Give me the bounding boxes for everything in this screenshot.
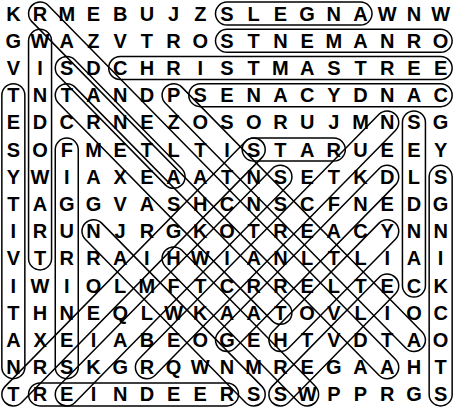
grid-cell[interactable]: R: [53, 245, 80, 272]
grid-cell[interactable]: R: [27, 0, 54, 27]
grid-cell[interactable]: L: [320, 272, 347, 299]
grid-cell[interactable]: S: [427, 163, 454, 190]
grid-cell[interactable]: U: [134, 0, 161, 27]
grid-cell[interactable]: O: [214, 218, 241, 245]
grid-cell[interactable]: O: [187, 326, 214, 353]
grid-cell[interactable]: N: [320, 0, 347, 27]
grid-cell[interactable]: C: [401, 272, 428, 299]
grid-cell[interactable]: O: [427, 326, 454, 353]
grid-cell[interactable]: E: [294, 354, 321, 381]
grid-cell[interactable]: Q: [107, 299, 134, 326]
grid-cell[interactable]: G: [53, 190, 80, 217]
grid-cell[interactable]: A: [160, 163, 187, 190]
grid-cell[interactable]: T: [427, 354, 454, 381]
word-search-grid: KRMEBUJZSLEGNAWNWGWAZVTROSTNEMANROVISDCH…: [0, 0, 454, 408]
grid-cell[interactable]: A: [374, 354, 401, 381]
grid-cell[interactable]: E: [374, 272, 401, 299]
grid-cell[interactable]: D: [374, 163, 401, 190]
grid-cell[interactable]: L: [107, 272, 134, 299]
grid-cell[interactable]: O: [401, 299, 428, 326]
grid-cell[interactable]: E: [267, 0, 294, 27]
grid-cell[interactable]: W: [160, 299, 187, 326]
grid-cell[interactable]: D: [347, 82, 374, 109]
grid-cell[interactable]: N: [374, 109, 401, 136]
grid-cell[interactable]: E: [187, 381, 214, 408]
grid-cell[interactable]: L: [401, 163, 428, 190]
grid-cell[interactable]: O: [294, 299, 321, 326]
grid-cell[interactable]: N: [107, 109, 134, 136]
grid-cell[interactable]: D: [134, 381, 161, 408]
grid-cell[interactable]: Z: [160, 109, 187, 136]
grid-cell[interactable]: T: [267, 136, 294, 163]
grid-cell[interactable]: T: [0, 381, 27, 408]
grid-cell[interactable]: G: [294, 0, 321, 27]
grid-cell[interactable]: Y: [320, 82, 347, 109]
grid-cell[interactable]: C: [214, 190, 241, 217]
grid-cell[interactable]: N: [27, 82, 54, 109]
grid-cell[interactable]: N: [214, 354, 241, 381]
grid-cell[interactable]: H: [160, 245, 187, 272]
grid-cell[interactable]: I: [214, 136, 241, 163]
grid-cell[interactable]: E: [80, 299, 107, 326]
grid-cell[interactable]: K: [187, 218, 214, 245]
grid-cell[interactable]: R: [240, 272, 267, 299]
grid-cell[interactable]: N: [80, 218, 107, 245]
grid-cell[interactable]: I: [187, 54, 214, 81]
grid-cell[interactable]: T: [134, 27, 161, 54]
grid-cell[interactable]: P: [347, 381, 374, 408]
grid-cell[interactable]: T: [320, 163, 347, 190]
grid-cell[interactable]: A: [0, 326, 27, 353]
grid-cell[interactable]: W: [27, 272, 54, 299]
grid-cell[interactable]: K: [427, 272, 454, 299]
grid-cell[interactable]: G: [320, 354, 347, 381]
grid-cell[interactable]: K: [80, 354, 107, 381]
grid-cell[interactable]: S: [427, 381, 454, 408]
grid-cell[interactable]: L: [347, 299, 374, 326]
grid-cell[interactable]: I: [0, 218, 27, 245]
grid-cell[interactable]: G: [401, 381, 428, 408]
grid-cell[interactable]: Y: [374, 218, 401, 245]
grid-cell[interactable]: M: [347, 109, 374, 136]
grid-cell[interactable]: W: [27, 27, 54, 54]
grid-cell[interactable]: A: [294, 54, 321, 81]
grid-cell[interactable]: E: [294, 218, 321, 245]
grid-cell[interactable]: A: [401, 245, 428, 272]
grid-cell[interactable]: A: [294, 136, 321, 163]
grid-cell[interactable]: M: [240, 354, 267, 381]
grid-cell[interactable]: S: [267, 163, 294, 190]
grid-cell[interactable]: N: [401, 0, 428, 27]
grid-cell[interactable]: R: [134, 354, 161, 381]
grid-cell[interactable]: E: [0, 109, 27, 136]
grid-cell[interactable]: V: [320, 299, 347, 326]
grid-cell[interactable]: E: [53, 326, 80, 353]
grid-cell[interactable]: N: [240, 190, 267, 217]
grid-cell[interactable]: E: [294, 272, 321, 299]
grid-cell[interactable]: O: [187, 109, 214, 136]
grid-cell[interactable]: J: [320, 109, 347, 136]
grid-cell[interactable]: O: [427, 27, 454, 54]
grid-cell[interactable]: E: [240, 326, 267, 353]
grid-cell[interactable]: E: [214, 82, 241, 109]
grid-cell[interactable]: S: [0, 136, 27, 163]
grid-cell[interactable]: T: [347, 272, 374, 299]
grid-cell[interactable]: L: [294, 245, 321, 272]
grid-cell[interactable]: N: [240, 163, 267, 190]
grid-cell[interactable]: O: [27, 136, 54, 163]
grid-cell[interactable]: A: [320, 218, 347, 245]
grid-cell[interactable]: N: [107, 381, 134, 408]
grid-cell[interactable]: R: [160, 54, 187, 81]
grid-cell[interactable]: I: [134, 245, 161, 272]
grid-cell[interactable]: U: [53, 218, 80, 245]
grid-cell[interactable]: T: [267, 299, 294, 326]
grid-cell[interactable]: I: [80, 381, 107, 408]
grid-cell[interactable]: N: [267, 27, 294, 54]
grid-cell[interactable]: G: [80, 190, 107, 217]
grid-cell[interactable]: A: [240, 245, 267, 272]
grid-cell[interactable]: Y: [427, 136, 454, 163]
grid-cell[interactable]: W: [294, 381, 321, 408]
grid-cell[interactable]: T: [27, 245, 54, 272]
grid-cell[interactable]: E: [427, 54, 454, 81]
grid-cell[interactable]: C: [427, 299, 454, 326]
grid-cell[interactable]: N: [240, 82, 267, 109]
grid-cell[interactable]: A: [80, 163, 107, 190]
grid-cell[interactable]: P: [160, 82, 187, 109]
grid-cell[interactable]: W: [187, 354, 214, 381]
grid-cell[interactable]: K: [347, 163, 374, 190]
grid-cell[interactable]: A: [80, 82, 107, 109]
grid-cell[interactable]: C: [427, 82, 454, 109]
grid-cell[interactable]: S: [214, 27, 241, 54]
grid-cell[interactable]: S: [53, 54, 80, 81]
grid-cell[interactable]: R: [27, 218, 54, 245]
grid-cell[interactable]: R: [374, 54, 401, 81]
grid-cell[interactable]: P: [320, 381, 347, 408]
grid-cell[interactable]: D: [347, 326, 374, 353]
grid-cell[interactable]: O: [80, 272, 107, 299]
grid-cell[interactable]: I: [53, 163, 80, 190]
grid-cell[interactable]: S: [240, 136, 267, 163]
grid-cell[interactable]: H: [27, 299, 54, 326]
grid-cell[interactable]: E: [134, 163, 161, 190]
grid-cell[interactable]: B: [107, 0, 134, 27]
grid-cell[interactable]: G: [160, 218, 187, 245]
grid-cell[interactable]: R: [27, 354, 54, 381]
grid-cell[interactable]: S: [214, 109, 241, 136]
grid-cell[interactable]: L: [160, 136, 187, 163]
grid-cell[interactable]: U: [294, 109, 321, 136]
grid-cell[interactable]: E: [160, 326, 187, 353]
grid-cell[interactable]: I: [53, 272, 80, 299]
grid-cell[interactable]: N: [267, 245, 294, 272]
grid-cell[interactable]: V: [0, 54, 27, 81]
grid-cell[interactable]: H: [134, 54, 161, 81]
grid-cell[interactable]: T: [240, 27, 267, 54]
grid-cell[interactable]: N: [347, 190, 374, 217]
grid-cell[interactable]: J: [160, 0, 187, 27]
grid-cell[interactable]: T: [0, 299, 27, 326]
grid-cell[interactable]: H: [267, 326, 294, 353]
grid-cell[interactable]: N: [374, 27, 401, 54]
grid-cell[interactable]: X: [27, 326, 54, 353]
grid-cell[interactable]: I: [0, 272, 27, 299]
grid-cell[interactable]: V: [0, 245, 27, 272]
grid-cell[interactable]: E: [53, 381, 80, 408]
grid-cell[interactable]: T: [374, 326, 401, 353]
grid-cell[interactable]: T: [214, 163, 241, 190]
grid-cell[interactable]: A: [401, 82, 428, 109]
grid-cell[interactable]: W: [374, 0, 401, 27]
grid-cell[interactable]: R: [320, 136, 347, 163]
grid-cell[interactable]: M: [80, 136, 107, 163]
grid-cell[interactable]: D: [401, 190, 428, 217]
grid-cell[interactable]: C: [214, 272, 241, 299]
grid-cell[interactable]: D: [134, 82, 161, 109]
grid-cell[interactable]: R: [80, 109, 107, 136]
grid-cell[interactable]: C: [107, 54, 134, 81]
grid-cell[interactable]: S: [267, 190, 294, 217]
letter-grid: KRMEBUJZSLEGNAWNWGWAZVTROSTNEMANROVISDCH…: [0, 0, 454, 408]
grid-cell[interactable]: T: [240, 54, 267, 81]
grid-cell[interactable]: N: [401, 218, 428, 245]
grid-cell[interactable]: T: [187, 136, 214, 163]
grid-cell[interactable]: T: [240, 218, 267, 245]
grid-cell[interactable]: N: [107, 82, 134, 109]
grid-cell[interactable]: F: [160, 272, 187, 299]
grid-cell[interactable]: T: [187, 272, 214, 299]
grid-cell[interactable]: X: [107, 163, 134, 190]
grid-cell[interactable]: Y: [0, 163, 27, 190]
grid-cell[interactable]: L: [134, 299, 161, 326]
grid-cell[interactable]: G: [214, 326, 241, 353]
grid-cell[interactable]: E: [294, 27, 321, 54]
grid-cell[interactable]: C: [347, 218, 374, 245]
grid-cell[interactable]: R: [267, 272, 294, 299]
grid-cell[interactable]: Q: [160, 354, 187, 381]
grid-cell[interactable]: N: [427, 218, 454, 245]
grid-cell[interactable]: V: [107, 27, 134, 54]
grid-cell[interactable]: Z: [187, 0, 214, 27]
grid-cell[interactable]: W: [427, 0, 454, 27]
grid-cell[interactable]: S: [53, 354, 80, 381]
grid-cell[interactable]: T: [134, 136, 161, 163]
grid-cell[interactable]: E: [401, 54, 428, 81]
grid-cell[interactable]: I: [374, 245, 401, 272]
grid-cell[interactable]: T: [53, 82, 80, 109]
grid-cell[interactable]: A: [347, 0, 374, 27]
grid-cell[interactable]: R: [374, 381, 401, 408]
grid-cell[interactable]: M: [53, 0, 80, 27]
grid-cell[interactable]: A: [347, 354, 374, 381]
grid-cell[interactable]: A: [187, 163, 214, 190]
grid-cell[interactable]: I: [27, 54, 54, 81]
grid-cell[interactable]: V: [107, 190, 134, 217]
grid-cell[interactable]: O: [240, 109, 267, 136]
grid-cell[interactable]: S: [214, 0, 241, 27]
grid-cell[interactable]: E: [294, 163, 321, 190]
grid-cell[interactable]: J: [107, 218, 134, 245]
grid-cell[interactable]: R: [267, 354, 294, 381]
grid-cell[interactable]: N: [374, 82, 401, 109]
grid-cell[interactable]: M: [134, 272, 161, 299]
grid-cell[interactable]: R: [27, 381, 54, 408]
grid-cell[interactable]: D: [27, 109, 54, 136]
grid-cell[interactable]: W: [187, 245, 214, 272]
grid-cell[interactable]: I: [214, 245, 241, 272]
grid-cell[interactable]: L: [240, 0, 267, 27]
grid-cell[interactable]: S: [267, 381, 294, 408]
grid-cell[interactable]: I: [80, 326, 107, 353]
grid-cell[interactable]: S: [240, 381, 267, 408]
grid-cell[interactable]: D: [80, 54, 107, 81]
grid-cell[interactable]: R: [80, 245, 107, 272]
grid-cell[interactable]: E: [134, 109, 161, 136]
grid-cell[interactable]: R: [160, 27, 187, 54]
grid-cell[interactable]: B: [134, 326, 161, 353]
grid-cell[interactable]: S: [160, 190, 187, 217]
grid-cell[interactable]: C: [294, 190, 321, 217]
grid-cell[interactable]: I: [427, 245, 454, 272]
grid-cell[interactable]: I: [374, 299, 401, 326]
grid-cell[interactable]: E: [374, 136, 401, 163]
grid-cell[interactable]: E: [160, 381, 187, 408]
grid-cell[interactable]: G: [427, 190, 454, 217]
grid-cell[interactable]: H: [401, 354, 428, 381]
grid-cell[interactable]: T: [347, 54, 374, 81]
grid-cell[interactable]: R: [214, 381, 241, 408]
grid-cell[interactable]: H: [187, 190, 214, 217]
grid-cell[interactable]: E: [374, 190, 401, 217]
grid-cell[interactable]: R: [134, 218, 161, 245]
grid-cell[interactable]: S: [401, 109, 428, 136]
grid-cell[interactable]: A: [401, 326, 428, 353]
grid-cell[interactable]: T: [294, 326, 321, 353]
grid-cell[interactable]: E: [401, 136, 428, 163]
grid-cell[interactable]: Z: [80, 27, 107, 54]
grid-cell[interactable]: F: [53, 136, 80, 163]
grid-cell[interactable]: K: [0, 0, 27, 27]
grid-cell[interactable]: A: [267, 82, 294, 109]
grid-cell[interactable]: V: [320, 326, 347, 353]
grid-cell[interactable]: W: [27, 163, 54, 190]
grid-cell[interactable]: T: [320, 245, 347, 272]
grid-cell[interactable]: M: [267, 54, 294, 81]
grid-cell[interactable]: R: [401, 27, 428, 54]
grid-cell[interactable]: A: [240, 299, 267, 326]
grid-cell[interactable]: S: [187, 82, 214, 109]
grid-cell[interactable]: A: [53, 27, 80, 54]
grid-cell[interactable]: G: [107, 354, 134, 381]
grid-cell[interactable]: A: [107, 326, 134, 353]
grid-cell[interactable]: A: [214, 299, 241, 326]
grid-cell[interactable]: N: [0, 354, 27, 381]
grid-cell[interactable]: R: [267, 218, 294, 245]
grid-cell[interactable]: F: [320, 190, 347, 217]
grid-cell[interactable]: E: [80, 0, 107, 27]
grid-cell[interactable]: M: [320, 27, 347, 54]
grid-cell[interactable]: N: [53, 299, 80, 326]
grid-cell[interactable]: C: [53, 109, 80, 136]
grid-cell[interactable]: G: [0, 27, 27, 54]
grid-cell[interactable]: A: [134, 190, 161, 217]
grid-cell[interactable]: O: [187, 27, 214, 54]
grid-cell[interactable]: S: [214, 54, 241, 81]
grid-cell[interactable]: U: [347, 136, 374, 163]
grid-cell[interactable]: A: [107, 245, 134, 272]
grid-cell[interactable]: A: [347, 27, 374, 54]
grid-cell[interactable]: L: [347, 245, 374, 272]
grid-cell[interactable]: E: [107, 136, 134, 163]
grid-cell[interactable]: K: [187, 299, 214, 326]
grid-cell[interactable]: G: [427, 109, 454, 136]
grid-cell[interactable]: S: [320, 54, 347, 81]
grid-cell[interactable]: C: [294, 82, 321, 109]
grid-cell[interactable]: A: [27, 190, 54, 217]
grid-cell[interactable]: T: [0, 190, 27, 217]
grid-cell[interactable]: T: [0, 82, 27, 109]
grid-cell[interactable]: R: [267, 109, 294, 136]
